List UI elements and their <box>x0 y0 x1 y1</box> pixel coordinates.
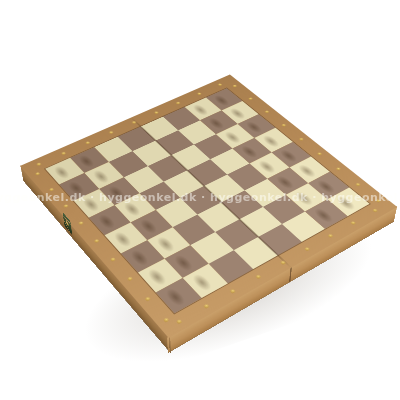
white-pawn-glyph: ♟ <box>190 255 216 282</box>
brass-dot-icon <box>127 277 133 282</box>
brass-dot-icon <box>163 318 169 323</box>
brass-dot-icon <box>230 289 236 294</box>
fold-seam-side <box>289 266 292 282</box>
brass-dot-icon <box>35 172 40 176</box>
brass-dot-icon <box>154 111 159 114</box>
brass-dot-icon <box>372 209 378 213</box>
brass-dot-icon <box>94 239 100 243</box>
clasp-latch <box>62 212 72 235</box>
black-pawn-glyph: ♟ <box>312 190 336 215</box>
brass-dot-icon <box>350 221 356 225</box>
chess-set-photo: ♜♞♝♚♛♝♞♜♟♟♟♟♟♟♟♟♟♟♟♟♟♟♟♟♜♞♝♚♛♝♞♜ hyggeon… <box>0 0 400 400</box>
brass-dot-icon <box>327 234 333 238</box>
brass-dot-icon <box>109 131 114 134</box>
brass-dot-icon <box>176 319 182 324</box>
brass-dot-icon <box>203 304 209 309</box>
brass-dot-icon <box>63 204 69 208</box>
white-rook-glyph: ♜ <box>161 266 191 297</box>
brass-dot-icon <box>176 102 181 105</box>
brass-dot-icon <box>255 274 261 279</box>
brass-dot-icon <box>36 163 41 167</box>
brass-dot-icon <box>375 199 381 203</box>
clasp-pin-icon <box>66 220 69 227</box>
brass-dot-icon <box>78 221 84 225</box>
brass-dot-icon <box>304 247 310 251</box>
brass-dot-icon <box>145 297 151 302</box>
brass-dot-icon <box>110 257 116 262</box>
brass-dot-icon <box>49 188 55 192</box>
